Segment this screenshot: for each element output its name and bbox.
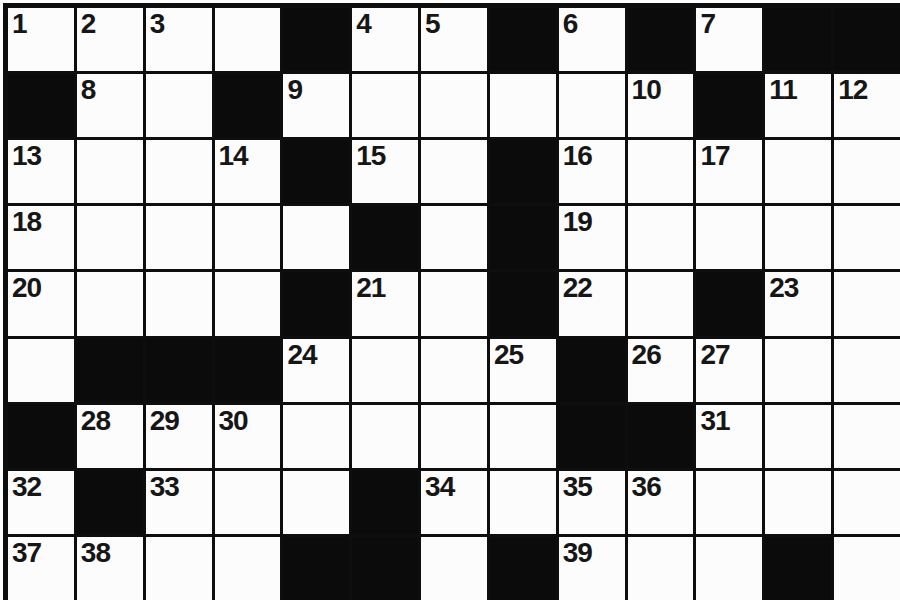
block-r9c6	[352, 537, 418, 600]
cell-r2c6[interactable]	[352, 74, 418, 137]
block-r9c8	[490, 537, 556, 600]
block-r1c13	[834, 8, 900, 71]
cell-r8c5[interactable]	[283, 471, 349, 534]
cell-r9c1[interactable]: 37	[8, 537, 74, 600]
clue-number: 19	[563, 206, 592, 238]
cell-r4c10[interactable]	[628, 206, 694, 269]
cell-r1c9[interactable]: 6	[559, 8, 625, 71]
block-r4c8	[490, 206, 556, 269]
cell-r6c10[interactable]: 26	[628, 339, 694, 402]
cell-r4c7[interactable]	[421, 206, 487, 269]
cell-r3c10[interactable]	[628, 140, 694, 203]
cell-r4c3[interactable]	[146, 206, 212, 269]
cell-r6c12[interactable]	[765, 339, 831, 402]
clue-number: 1	[12, 8, 27, 40]
clue-number: 31	[700, 405, 729, 437]
clue-number: 30	[219, 405, 248, 437]
cell-r4c9[interactable]: 19	[559, 206, 625, 269]
block-r7c9	[559, 405, 625, 468]
cell-r8c11[interactable]	[696, 471, 762, 534]
clue-number: 32	[12, 471, 41, 503]
clue-number: 22	[563, 272, 592, 304]
cell-r3c1[interactable]: 13	[8, 140, 74, 203]
clue-number: 20	[12, 272, 41, 304]
cell-r3c6[interactable]: 15	[352, 140, 418, 203]
block-r2c11	[696, 74, 762, 137]
block-r6c9	[559, 339, 625, 402]
clue-number: 34	[425, 471, 454, 503]
clue-number: 14	[219, 140, 248, 172]
clue-number: 4	[356, 8, 371, 40]
crossword-board: 1234567891011121314151617181920212223242…	[3, 3, 900, 600]
cell-r3c13[interactable]	[834, 140, 900, 203]
cell-r3c9[interactable]: 16	[559, 140, 625, 203]
block-r5c5	[283, 272, 349, 335]
block-r6c3	[146, 339, 212, 402]
clue-number: 15	[356, 140, 385, 172]
block-r5c8	[490, 272, 556, 335]
cell-r4c1[interactable]: 18	[8, 206, 74, 269]
cell-r8c1[interactable]: 32	[8, 471, 74, 534]
cell-r6c8[interactable]: 25	[490, 339, 556, 402]
clue-number: 17	[700, 140, 729, 172]
cell-r4c12[interactable]	[765, 206, 831, 269]
cell-r4c11[interactable]	[696, 206, 762, 269]
block-r7c1	[8, 405, 74, 468]
clue-number: 35	[563, 471, 592, 503]
cell-r7c5[interactable]	[283, 405, 349, 468]
cell-r1c11[interactable]: 7	[696, 8, 762, 71]
cell-r2c5[interactable]: 9	[283, 74, 349, 137]
block-r1c10	[628, 8, 694, 71]
cell-r9c10[interactable]	[628, 537, 694, 600]
cell-r8c4[interactable]	[215, 471, 281, 534]
block-r9c5	[283, 537, 349, 600]
block-r2c4	[215, 74, 281, 137]
clue-number: 3	[150, 8, 165, 40]
clue-number: 5	[425, 8, 440, 40]
cell-r2c3[interactable]	[146, 74, 212, 137]
cell-r6c11[interactable]: 27	[696, 339, 762, 402]
cell-r9c11[interactable]	[696, 537, 762, 600]
clue-number: 7	[700, 8, 715, 40]
cell-r4c5[interactable]	[283, 206, 349, 269]
cell-r9c3[interactable]	[146, 537, 212, 600]
cell-r1c1[interactable]: 1	[8, 8, 74, 71]
clue-number: 6	[563, 8, 578, 40]
clue-number: 21	[356, 272, 385, 304]
cell-r5c4[interactable]	[215, 272, 281, 335]
cell-r4c13[interactable]	[834, 206, 900, 269]
block-r1c12	[765, 8, 831, 71]
cell-r6c13[interactable]	[834, 339, 900, 402]
cell-r6c7[interactable]	[421, 339, 487, 402]
clue-number: 2	[81, 8, 96, 40]
cell-r2c10[interactable]: 10	[628, 74, 694, 137]
clue-number: 8	[81, 74, 96, 106]
clue-number: 13	[12, 140, 41, 172]
clue-number: 11	[769, 74, 797, 106]
block-r8c6	[352, 471, 418, 534]
clue-number: 12	[838, 74, 867, 106]
cell-r3c12[interactable]	[765, 140, 831, 203]
clue-number: 27	[700, 339, 729, 371]
cell-r4c2[interactable]	[77, 206, 143, 269]
block-r4c6	[352, 206, 418, 269]
cell-r9c13[interactable]	[834, 537, 900, 600]
clue-number: 16	[563, 140, 592, 172]
cell-r9c9[interactable]: 39	[559, 537, 625, 600]
block-r6c4	[215, 339, 281, 402]
cell-r5c13[interactable]	[834, 272, 900, 335]
cell-r9c4[interactable]	[215, 537, 281, 600]
clue-number: 10	[632, 74, 661, 106]
cell-r7c4[interactable]: 30	[215, 405, 281, 468]
clue-number: 9	[287, 74, 302, 106]
cell-r9c7[interactable]	[421, 537, 487, 600]
cell-r8c10[interactable]: 36	[628, 471, 694, 534]
cell-r3c3[interactable]	[146, 140, 212, 203]
cell-r7c3[interactable]: 29	[146, 405, 212, 468]
clue-number: 25	[494, 339, 523, 371]
block-r1c8	[490, 8, 556, 71]
block-r3c5	[283, 140, 349, 203]
cell-r2c2[interactable]: 8	[77, 74, 143, 137]
cell-r2c13[interactable]: 12	[834, 74, 900, 137]
cell-r6c1[interactable]	[8, 339, 74, 402]
cell-r7c7[interactable]	[421, 405, 487, 468]
cell-r6c5[interactable]: 24	[283, 339, 349, 402]
cell-r5c3[interactable]	[146, 272, 212, 335]
clue-number: 18	[12, 206, 41, 238]
cell-r8c13[interactable]	[834, 471, 900, 534]
cell-r8c3[interactable]: 33	[146, 471, 212, 534]
cell-r5c6[interactable]: 21	[352, 272, 418, 335]
cell-r7c8[interactable]	[490, 405, 556, 468]
cell-r5c12[interactable]: 23	[765, 272, 831, 335]
cell-r3c11[interactable]: 17	[696, 140, 762, 203]
clue-number: 23	[769, 272, 798, 304]
cell-r1c2[interactable]: 2	[77, 8, 143, 71]
cell-r2c7[interactable]	[421, 74, 487, 137]
cell-r1c7[interactable]: 5	[421, 8, 487, 71]
cell-r5c2[interactable]	[77, 272, 143, 335]
cell-r7c13[interactable]	[834, 405, 900, 468]
clue-number: 38	[81, 537, 110, 569]
cell-r3c2[interactable]	[77, 140, 143, 203]
clue-number: 29	[150, 405, 179, 437]
cell-r5c10[interactable]	[628, 272, 694, 335]
block-r2c1	[8, 74, 74, 137]
cell-r2c8[interactable]	[490, 74, 556, 137]
cell-r3c4[interactable]: 14	[215, 140, 281, 203]
cell-r3c7[interactable]	[421, 140, 487, 203]
block-r8c2	[77, 471, 143, 534]
cell-r9c2[interactable]: 38	[77, 537, 143, 600]
cell-r1c6[interactable]: 4	[352, 8, 418, 71]
block-r6c2	[77, 339, 143, 402]
cell-r8c9[interactable]: 35	[559, 471, 625, 534]
clue-number: 26	[632, 339, 661, 371]
cell-r1c3[interactable]: 3	[146, 8, 212, 71]
cell-r5c1[interactable]: 20	[8, 272, 74, 335]
cell-r1c4[interactable]	[215, 8, 281, 71]
cell-r4c4[interactable]	[215, 206, 281, 269]
cell-r5c7[interactable]	[421, 272, 487, 335]
block-r5c11	[696, 272, 762, 335]
clue-number: 28	[81, 405, 110, 437]
clue-number: 39	[563, 537, 592, 569]
clue-number: 24	[287, 339, 316, 371]
cell-r7c12[interactable]	[765, 405, 831, 468]
cell-r8c8[interactable]	[490, 471, 556, 534]
cell-r7c6[interactable]	[352, 405, 418, 468]
cell-r7c11[interactable]: 31	[696, 405, 762, 468]
clue-number: 37	[12, 537, 41, 569]
cell-r5c9[interactable]: 22	[559, 272, 625, 335]
cell-r2c9[interactable]	[559, 74, 625, 137]
clue-number: 33	[150, 471, 179, 503]
clue-number: 36	[632, 471, 661, 503]
cell-r2c12[interactable]: 11	[765, 74, 831, 137]
cell-r7c2[interactable]: 28	[77, 405, 143, 468]
block-r3c8	[490, 140, 556, 203]
cell-r8c12[interactable]	[765, 471, 831, 534]
block-r9c12	[765, 537, 831, 600]
block-r1c5	[283, 8, 349, 71]
cell-r6c6[interactable]	[352, 339, 418, 402]
cell-r8c7[interactable]: 34	[421, 471, 487, 534]
block-r7c10	[628, 405, 694, 468]
crossword-page: 1234567891011121314151617181920212223242…	[0, 0, 900, 600]
